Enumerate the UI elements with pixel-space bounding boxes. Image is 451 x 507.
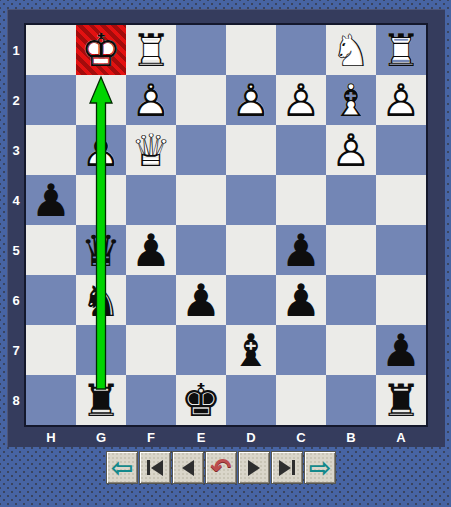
previous-move-button[interactable] — [172, 451, 204, 484]
square-h3 — [26, 125, 76, 175]
white-pawn-b3: ♟♙ — [326, 125, 376, 175]
skip-to-end-icon — [292, 460, 295, 475]
black-pawn-c6: ♟ — [276, 275, 326, 325]
square-e4 — [176, 175, 226, 225]
square-d3 — [226, 125, 276, 175]
first-move-button[interactable] — [139, 451, 171, 484]
rank-label-5: 5 — [8, 225, 24, 275]
square-f3: ♛♕ — [126, 125, 176, 175]
square-d6 — [226, 275, 276, 325]
chess-board-frame: 12345678 ♚♔♜♖♞♘♜♖♟♙♟♙♟♙♝♗♟♙♟♙♛♕♟♙♟♛♟♟♞♟♟… — [7, 9, 445, 447]
square-d4 — [226, 175, 276, 225]
square-a2: ♟♙ — [376, 75, 426, 125]
square-e2 — [176, 75, 226, 125]
file-label-f: F — [126, 429, 176, 446]
square-d1 — [226, 25, 276, 75]
file-label-b: B — [326, 429, 376, 446]
next-move-button[interactable] — [238, 451, 270, 484]
square-b1: ♞♘ — [326, 25, 376, 75]
file-label-c: C — [276, 429, 326, 446]
square-d7: ♝ — [226, 325, 276, 375]
white-pawn-d2: ♟♙ — [226, 75, 276, 125]
square-f7 — [126, 325, 176, 375]
black-queen-g5: ♛ — [76, 225, 126, 275]
square-g6: ♞ — [76, 275, 126, 325]
white-queen-f3: ♛♕ — [126, 125, 176, 175]
rank-label-1: 1 — [8, 25, 24, 75]
white-rook-a1: ♜♖ — [376, 25, 426, 75]
square-g2 — [76, 75, 126, 125]
black-pawn-c5: ♟ — [276, 225, 326, 275]
rank-label-8: 8 — [8, 375, 24, 425]
file-label-h: H — [26, 429, 76, 446]
file-labels: HGFEDCBA — [26, 429, 426, 446]
black-rook-a8: ♜ — [376, 375, 426, 425]
square-g3: ♟♙ — [76, 125, 126, 175]
file-label-e: E — [176, 429, 226, 446]
white-knight-b1: ♞♘ — [326, 25, 376, 75]
white-pawn-g3: ♟♙ — [76, 125, 126, 175]
previous-game-button[interactable]: ⇦ — [106, 451, 138, 484]
square-c1 — [276, 25, 326, 75]
square-h6 — [26, 275, 76, 325]
square-b8 — [326, 375, 376, 425]
square-g5: ♛ — [76, 225, 126, 275]
file-label-g: G — [76, 429, 126, 446]
white-pawn-c2: ♟♙ — [276, 75, 326, 125]
black-pawn-f5: ♟ — [126, 225, 176, 275]
square-b2: ♝♗ — [326, 75, 376, 125]
next-game-button[interactable]: ⇨ — [304, 451, 336, 484]
file-label-a: A — [376, 429, 426, 446]
square-h8 — [26, 375, 76, 425]
black-king-e8: ♚ — [176, 375, 226, 425]
square-e3 — [176, 125, 226, 175]
square-c2: ♟♙ — [276, 75, 326, 125]
square-d2: ♟♙ — [226, 75, 276, 125]
square-b3: ♟♙ — [326, 125, 376, 175]
square-g8: ♜ — [76, 375, 126, 425]
red-curved-undo-arrow-icon: ↶ — [211, 455, 232, 480]
square-e1 — [176, 25, 226, 75]
black-bishop-d7: ♝ — [226, 325, 276, 375]
square-b7 — [326, 325, 376, 375]
black-pawn-a7: ♟ — [376, 325, 426, 375]
square-h4: ♟ — [26, 175, 76, 225]
rank-label-6: 6 — [8, 275, 24, 325]
square-g7 — [76, 325, 126, 375]
square-a6 — [376, 275, 426, 325]
square-a8: ♜ — [376, 375, 426, 425]
square-e8: ♚ — [176, 375, 226, 425]
square-f1: ♜♖ — [126, 25, 176, 75]
square-h2 — [26, 75, 76, 125]
thick-left-arrow-icon: ⇦ — [111, 454, 134, 481]
square-h7 — [26, 325, 76, 375]
square-f2: ♟♙ — [126, 75, 176, 125]
skip-to-end-icon — [279, 460, 291, 476]
skip-to-start-icon — [147, 460, 150, 475]
square-f6 — [126, 275, 176, 325]
square-e7 — [176, 325, 226, 375]
square-h5 — [26, 225, 76, 275]
skip-to-start-icon — [151, 460, 163, 476]
square-h1 — [26, 25, 76, 75]
rank-label-2: 2 — [8, 75, 24, 125]
square-a1: ♜♖ — [376, 25, 426, 75]
square-f5: ♟ — [126, 225, 176, 275]
square-g1: ♚♔ — [76, 25, 126, 75]
last-move-button[interactable] — [271, 451, 303, 484]
square-c4 — [276, 175, 326, 225]
square-b6 — [326, 275, 376, 325]
white-bishop-b2: ♝♗ — [326, 75, 376, 125]
square-d5 — [226, 225, 276, 275]
white-pawn-f2: ♟♙ — [126, 75, 176, 125]
file-label-d: D — [226, 429, 276, 446]
square-a7: ♟ — [376, 325, 426, 375]
thick-right-arrow-icon: ⇨ — [309, 454, 332, 481]
square-c6: ♟ — [276, 275, 326, 325]
black-pawn-h4: ♟ — [26, 175, 76, 225]
navigation-toolbar: ⇦↶⇨ — [106, 451, 337, 484]
square-a4 — [376, 175, 426, 225]
square-a5 — [376, 225, 426, 275]
black-pawn-e6: ♟ — [176, 275, 226, 325]
square-g4 — [76, 175, 126, 225]
right-triangle-icon — [248, 460, 260, 476]
rank-label-4: 4 — [8, 175, 24, 225]
square-c5: ♟ — [276, 225, 326, 275]
rank-label-7: 7 — [8, 325, 24, 375]
square-f4 — [126, 175, 176, 225]
black-knight-g6: ♞ — [76, 275, 126, 325]
square-e6: ♟ — [176, 275, 226, 325]
square-c7 — [276, 325, 326, 375]
white-king-g1: ♚♔ — [76, 25, 126, 75]
black-rook-g8: ♜ — [76, 375, 126, 425]
square-f8 — [126, 375, 176, 425]
square-a3 — [376, 125, 426, 175]
square-c3 — [276, 125, 326, 175]
rank-labels: 12345678 — [8, 25, 24, 425]
white-pawn-a2: ♟♙ — [376, 75, 426, 125]
square-b5 — [326, 225, 376, 275]
undo-move-button[interactable]: ↶ — [205, 451, 237, 484]
square-c8 — [276, 375, 326, 425]
rank-label-3: 3 — [8, 125, 24, 175]
chess-board: ♚♔♜♖♞♘♜♖♟♙♟♙♟♙♝♗♟♙♟♙♛♕♟♙♟♛♟♟♞♟♟♝♟♜♚♜ — [24, 23, 428, 427]
square-b4 — [326, 175, 376, 225]
square-d8 — [226, 375, 276, 425]
left-triangle-icon — [182, 460, 194, 476]
white-rook-f1: ♜♖ — [126, 25, 176, 75]
square-e5 — [176, 225, 226, 275]
